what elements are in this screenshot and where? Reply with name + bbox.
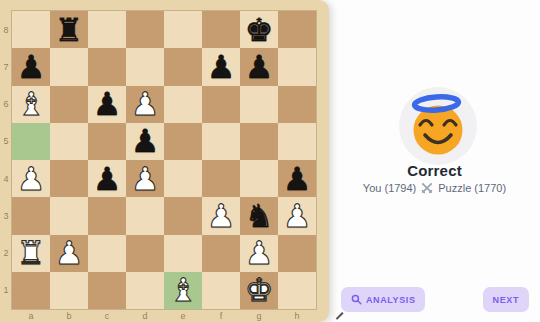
square-d2[interactable] <box>126 235 164 272</box>
file-labels: abcdefgh <box>12 309 316 322</box>
board-grid: ♜♚♟♟♟♝♟♟♟♟♟♟♟♟♞♟♜♟♟♝♚ <box>12 11 316 309</box>
square-e6[interactable] <box>164 86 202 123</box>
black-pawn-h4[interactable]: ♟ <box>278 160 316 197</box>
square-b6[interactable] <box>50 86 88 123</box>
square-e3[interactable] <box>164 197 202 234</box>
file-label-e: e <box>164 309 202 322</box>
rank-label-7: 7 <box>0 48 12 85</box>
square-g7[interactable]: ♟ <box>240 48 278 85</box>
square-c5[interactable] <box>88 123 126 160</box>
your-rating: You (1794) <box>363 182 416 194</box>
black-knight-g3[interactable]: ♞ <box>240 197 278 234</box>
square-h2[interactable] <box>278 235 316 272</box>
white-bishop-a6[interactable]: ♝ <box>12 86 50 123</box>
black-pawn-a7[interactable]: ♟ <box>12 48 50 85</box>
next-button-label: NEXT <box>493 295 519 305</box>
file-label-c: c <box>88 309 126 322</box>
square-e4[interactable] <box>164 160 202 197</box>
white-rook-a2[interactable]: ♜ <box>12 235 50 272</box>
file-label-h: h <box>278 309 316 322</box>
rank-label-5: 5 <box>0 123 12 160</box>
next-button[interactable]: NEXT <box>483 287 529 312</box>
square-c4[interactable]: ♟ <box>88 160 126 197</box>
square-b5[interactable] <box>50 123 88 160</box>
square-f5[interactable] <box>202 123 240 160</box>
crossed-swords-icon <box>421 182 433 194</box>
square-b7[interactable] <box>50 48 88 85</box>
square-e2[interactable] <box>164 235 202 272</box>
square-a7[interactable]: ♟ <box>12 48 50 85</box>
square-g6[interactable] <box>240 86 278 123</box>
square-f8[interactable] <box>202 11 240 48</box>
square-h3[interactable]: ♟ <box>278 197 316 234</box>
square-a3[interactable] <box>12 197 50 234</box>
result-title: Correct <box>329 162 540 179</box>
white-pawn-h3[interactable]: ♟ <box>278 197 316 234</box>
square-d8[interactable] <box>126 11 164 48</box>
white-pawn-f3[interactable]: ♟ <box>202 197 240 234</box>
square-f1[interactable] <box>202 272 240 309</box>
analysis-button-label: ANALYSIS <box>366 295 415 305</box>
file-label-d: d <box>126 309 164 322</box>
square-g4[interactable] <box>240 160 278 197</box>
square-d5[interactable]: ♟ <box>126 123 164 160</box>
square-h8[interactable] <box>278 11 316 48</box>
rank-labels: 87654321 <box>0 11 12 309</box>
rating-line: You (1794) Puzzle (1770) <box>329 182 540 194</box>
square-c3[interactable] <box>88 197 126 234</box>
square-g1[interactable]: ♚ <box>240 272 278 309</box>
square-e5[interactable] <box>164 123 202 160</box>
black-king-g8[interactable]: ♚ <box>240 11 278 48</box>
square-a8[interactable] <box>12 11 50 48</box>
square-c1[interactable] <box>88 272 126 309</box>
analysis-button[interactable]: ANALYSIS <box>341 287 425 312</box>
square-a5[interactable] <box>12 123 50 160</box>
square-b2[interactable]: ♟ <box>50 235 88 272</box>
square-a4[interactable]: ♟ <box>12 160 50 197</box>
rank-label-3: 3 <box>0 197 12 234</box>
square-b4[interactable] <box>50 160 88 197</box>
chess-board: 87654321 ♜♚♟♟♟♝♟♟♟♟♟♟♟♟♞♟♜♟♟♝♚ abcdefgh <box>0 0 329 322</box>
innocent-face-with-halo-icon <box>399 87 477 165</box>
square-d6[interactable]: ♟ <box>126 86 164 123</box>
black-pawn-g7[interactable]: ♟ <box>240 48 278 85</box>
rank-label-1: 1 <box>0 272 12 309</box>
white-pawn-g2[interactable]: ♟ <box>240 235 278 272</box>
square-h4[interactable]: ♟ <box>278 160 316 197</box>
square-c8[interactable] <box>88 11 126 48</box>
file-label-f: f <box>202 309 240 322</box>
square-b1[interactable] <box>50 272 88 309</box>
rank-label-6: 6 <box>0 86 12 123</box>
puzzle-result-panel: Correct You (1794) Puzzle (1770) ANALYSI… <box>329 0 540 322</box>
square-g8[interactable]: ♚ <box>240 11 278 48</box>
square-a6[interactable]: ♝ <box>12 86 50 123</box>
square-f6[interactable] <box>202 86 240 123</box>
square-e7[interactable] <box>164 48 202 85</box>
square-f2[interactable] <box>202 235 240 272</box>
white-pawn-d6[interactable]: ♟ <box>126 86 164 123</box>
file-label-b: b <box>50 309 88 322</box>
square-b8[interactable]: ♜ <box>50 11 88 48</box>
square-f4[interactable] <box>202 160 240 197</box>
rank-label-4: 4 <box>0 160 12 197</box>
square-a2[interactable]: ♜ <box>12 235 50 272</box>
black-pawn-d5[interactable]: ♟ <box>126 123 164 160</box>
square-e8[interactable] <box>164 11 202 48</box>
white-pawn-a4[interactable]: ♟ <box>12 160 50 197</box>
square-b3[interactable] <box>50 197 88 234</box>
file-label-g: g <box>240 309 278 322</box>
puzzle-app: 87654321 ♜♚♟♟♟♝♟♟♟♟♟♟♟♟♞♟♜♟♟♝♚ abcdefgh … <box>0 0 540 322</box>
white-bishop-e1[interactable]: ♝ <box>164 272 202 309</box>
square-g3[interactable]: ♞ <box>240 197 278 234</box>
square-e1[interactable]: ♝ <box>164 272 202 309</box>
file-label-a: a <box>12 309 50 322</box>
black-pawn-c6[interactable]: ♟ <box>88 86 126 123</box>
square-h5[interactable] <box>278 123 316 160</box>
square-g5[interactable] <box>240 123 278 160</box>
square-c2[interactable] <box>88 235 126 272</box>
white-pawn-b2[interactable]: ♟ <box>50 235 88 272</box>
square-h7[interactable] <box>278 48 316 85</box>
square-c7[interactable] <box>88 48 126 85</box>
rank-label-2: 2 <box>0 235 12 272</box>
square-g2[interactable]: ♟ <box>240 235 278 272</box>
result-emoji-badge <box>399 87 477 165</box>
square-f7[interactable]: ♟ <box>202 48 240 85</box>
white-king-g1[interactable]: ♚ <box>240 272 278 309</box>
square-d4[interactable]: ♟ <box>126 160 164 197</box>
square-a1[interactable] <box>12 272 50 309</box>
black-pawn-f7[interactable]: ♟ <box>202 48 240 85</box>
square-c6[interactable]: ♟ <box>88 86 126 123</box>
square-h1[interactable] <box>278 272 316 309</box>
magnifier-icon <box>351 294 362 305</box>
square-d3[interactable] <box>126 197 164 234</box>
black-pawn-c4[interactable]: ♟ <box>88 160 126 197</box>
rank-label-8: 8 <box>0 11 12 48</box>
square-d1[interactable] <box>126 272 164 309</box>
puzzle-rating: Puzzle (1770) <box>438 182 506 194</box>
square-f3[interactable]: ♟ <box>202 197 240 234</box>
white-pawn-d4[interactable]: ♟ <box>126 160 164 197</box>
square-d7[interactable] <box>126 48 164 85</box>
square-h6[interactable] <box>278 86 316 123</box>
black-rook-b8[interactable]: ♜ <box>50 11 88 48</box>
